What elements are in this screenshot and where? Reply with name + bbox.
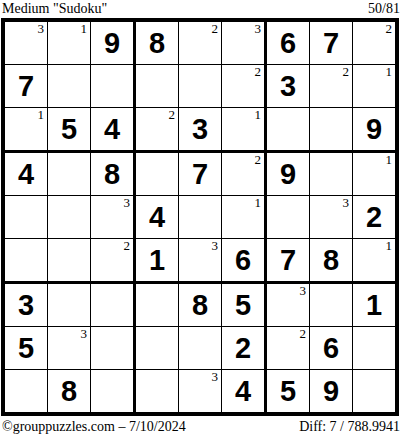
cell-r4c4[interactable] <box>136 153 179 196</box>
header: Medium "Sudoku" 50/81 <box>0 0 402 18</box>
cell-r6c1[interactable] <box>5 239 48 284</box>
corner-mark: 1 <box>81 22 88 36</box>
given-digit: 6 <box>310 327 352 369</box>
corner-mark: 2 <box>212 22 219 36</box>
given-digit: 8 <box>136 22 178 64</box>
cell-r8c5[interactable] <box>179 327 222 370</box>
cell-r5c8[interactable]: 3 <box>310 196 353 239</box>
corner-mark: 3 <box>212 239 219 253</box>
cell-r2c2[interactable] <box>48 65 91 108</box>
cell-r4c2[interactable] <box>48 153 91 196</box>
cell-r8c2[interactable]: 3 <box>48 327 91 370</box>
corner-mark: 3 <box>255 22 262 36</box>
cell-r6c7[interactable]: 7 <box>267 239 310 284</box>
page-title: Medium "Sudoku" <box>2 1 107 17</box>
given-digit: 7 <box>267 239 309 281</box>
cell-r9c2[interactable]: 8 <box>48 370 91 412</box>
given-digit: 8 <box>48 370 90 412</box>
given-digit: 1 <box>353 284 395 326</box>
given-digit: 3 <box>5 284 47 326</box>
cell-r2c3[interactable] <box>91 65 136 108</box>
cell-r4c9[interactable]: 1 <box>353 153 395 196</box>
given-digit: 3 <box>267 65 309 107</box>
cell-r3c7[interactable] <box>267 108 310 153</box>
corner-mark: 1 <box>255 196 262 210</box>
cell-r8c3[interactable] <box>91 327 136 370</box>
given-digit: 6 <box>267 22 309 64</box>
cell-r2c7[interactable]: 3 <box>267 65 310 108</box>
cell-r8c1[interactable]: 5 <box>5 327 48 370</box>
cell-r6c9[interactable]: 1 <box>353 239 395 284</box>
given-digit: 9 <box>310 370 352 412</box>
cell-r8c4[interactable] <box>136 327 179 370</box>
given-digit: 4 <box>5 153 47 195</box>
cell-r5c4[interactable]: 4 <box>136 196 179 239</box>
corner-mark: 3 <box>300 284 307 298</box>
given-digit: 2 <box>222 327 264 369</box>
footer: ©grouppuzzles.com – 7/10/2024 Diff: 7 / … <box>0 416 402 437</box>
given-digit: 9 <box>91 22 133 64</box>
cell-r1c7[interactable]: 6 <box>267 22 310 65</box>
corner-mark: 1 <box>255 108 262 122</box>
corner-mark: 3 <box>124 196 131 210</box>
given-digit: 7 <box>310 22 352 64</box>
given-digit: 5 <box>48 108 90 150</box>
given-digit: 9 <box>267 153 309 195</box>
cell-r7c1[interactable]: 3 <box>5 284 48 327</box>
given-digit: 8 <box>179 284 221 326</box>
cell-r8c7[interactable]: 2 <box>267 327 310 370</box>
cell-r4c1[interactable]: 4 <box>5 153 48 196</box>
cell-r1c9[interactable]: 2 <box>353 22 395 65</box>
corner-mark: 2 <box>300 327 307 341</box>
cell-r7c8[interactable] <box>310 284 353 327</box>
cell-r2c8[interactable]: 2 <box>310 65 353 108</box>
cell-r1c6[interactable]: 3 <box>222 22 267 65</box>
given-digit: 8 <box>91 153 133 195</box>
cell-r7c7[interactable]: 3 <box>267 284 310 327</box>
given-digit: 6 <box>222 239 264 281</box>
cell-r4c3[interactable]: 8 <box>91 153 136 196</box>
cell-r7c4[interactable] <box>136 284 179 327</box>
cell-r5c7[interactable] <box>267 196 310 239</box>
given-digit: 7 <box>5 65 47 107</box>
given-digit: 4 <box>136 196 178 238</box>
cell-r5c6[interactable]: 1 <box>222 196 267 239</box>
cell-r9c7[interactable]: 5 <box>267 370 310 412</box>
given-digit: 1 <box>136 239 178 281</box>
cell-r1c1[interactable]: 3 <box>5 22 48 65</box>
cell-r1c3[interactable]: 9 <box>91 22 136 65</box>
cell-r4c7[interactable]: 9 <box>267 153 310 196</box>
cell-r6c5[interactable]: 3 <box>179 239 222 284</box>
given-digit: 9 <box>353 108 395 150</box>
cell-r2c4[interactable] <box>136 65 179 108</box>
cell-r6c4[interactable]: 1 <box>136 239 179 284</box>
copyright-text: ©grouppuzzles.com – 7/10/2024 <box>2 419 186 435</box>
corner-mark: 3 <box>212 370 219 384</box>
corner-mark: 2 <box>255 65 262 79</box>
corner-mark: 2 <box>124 239 131 253</box>
cell-r9c9[interactable] <box>353 370 395 412</box>
cell-r6c2[interactable] <box>48 239 91 284</box>
given-digit: 2 <box>353 196 395 238</box>
cell-r4c8[interactable] <box>310 153 353 196</box>
cell-r5c5[interactable] <box>179 196 222 239</box>
cell-r1c8[interactable]: 7 <box>310 22 353 65</box>
progress-counter: 50/81 <box>368 1 400 17</box>
given-digit: 5 <box>267 370 309 412</box>
cell-r3c3[interactable]: 4 <box>91 108 136 153</box>
cell-r5c2[interactable] <box>48 196 91 239</box>
corner-mark: 2 <box>169 108 176 122</box>
given-digit: 4 <box>91 108 133 150</box>
cell-r8c6[interactable]: 2 <box>222 327 267 370</box>
given-digit: 3 <box>179 108 221 150</box>
corner-mark: 3 <box>81 327 88 341</box>
cell-r7c3[interactable] <box>91 284 136 327</box>
corner-mark: 3 <box>38 22 45 36</box>
cell-r1c5[interactable]: 2 <box>179 22 222 65</box>
corner-mark: 2 <box>255 153 262 167</box>
cell-r2c6[interactable]: 2 <box>222 65 267 108</box>
cell-r7c6[interactable]: 5 <box>222 284 267 327</box>
cell-r6c6[interactable]: 6 <box>222 239 267 284</box>
cell-r5c3[interactable]: 3 <box>91 196 136 239</box>
cell-r6c8[interactable]: 8 <box>310 239 353 284</box>
cell-r3c8[interactable] <box>310 108 353 153</box>
given-digit: 5 <box>222 284 264 326</box>
cell-r5c9[interactable]: 2 <box>353 196 395 239</box>
cell-r6c3[interactable]: 2 <box>91 239 136 284</box>
cell-r1c4[interactable]: 8 <box>136 22 179 65</box>
cell-r9c4[interactable] <box>136 370 179 412</box>
cell-r7c2[interactable] <box>48 284 91 327</box>
sudoku-board: 3198236727232115423194872913413221367813… <box>1 18 399 416</box>
given-digit: 7 <box>179 153 221 195</box>
corner-mark: 1 <box>386 153 393 167</box>
cell-r9c5[interactable]: 3 <box>179 370 222 412</box>
corner-mark: 3 <box>343 196 350 210</box>
corner-mark: 2 <box>343 65 350 79</box>
cell-r7c5[interactable]: 8 <box>179 284 222 327</box>
cell-r4c5[interactable]: 7 <box>179 153 222 196</box>
cell-r2c9[interactable]: 1 <box>353 65 395 108</box>
cell-r8c9[interactable] <box>353 327 395 370</box>
corner-mark: 1 <box>386 239 393 253</box>
cell-r9c6[interactable]: 4 <box>222 370 267 412</box>
cell-r2c5[interactable] <box>179 65 222 108</box>
difficulty-text: Diff: 7 / 788.9941 <box>299 419 400 435</box>
cell-r3c4[interactable]: 2 <box>136 108 179 153</box>
cell-r3c1[interactable]: 1 <box>5 108 48 153</box>
corner-mark: 2 <box>386 22 393 36</box>
corner-mark: 1 <box>386 65 393 79</box>
cell-r7c9[interactable]: 1 <box>353 284 395 327</box>
cell-r9c8[interactable]: 9 <box>310 370 353 412</box>
cell-r3c6[interactable]: 1 <box>222 108 267 153</box>
cell-r9c1[interactable] <box>5 370 48 412</box>
cell-r3c5[interactable]: 3 <box>179 108 222 153</box>
cell-r5c1[interactable] <box>5 196 48 239</box>
cell-r8c8[interactable]: 6 <box>310 327 353 370</box>
sudoku-page: Medium "Sudoku" 50/81 319823672723211542… <box>0 0 402 437</box>
given-digit: 4 <box>222 370 264 412</box>
cell-r4c6[interactable]: 2 <box>222 153 267 196</box>
cell-r3c9[interactable]: 9 <box>353 108 395 153</box>
cell-r1c2[interactable]: 1 <box>48 22 91 65</box>
cell-r2c1[interactable]: 7 <box>5 65 48 108</box>
cell-r9c3[interactable] <box>91 370 136 412</box>
corner-mark: 1 <box>38 108 45 122</box>
given-digit: 8 <box>310 239 352 281</box>
cell-r3c2[interactable]: 5 <box>48 108 91 153</box>
given-digit: 5 <box>5 327 47 369</box>
